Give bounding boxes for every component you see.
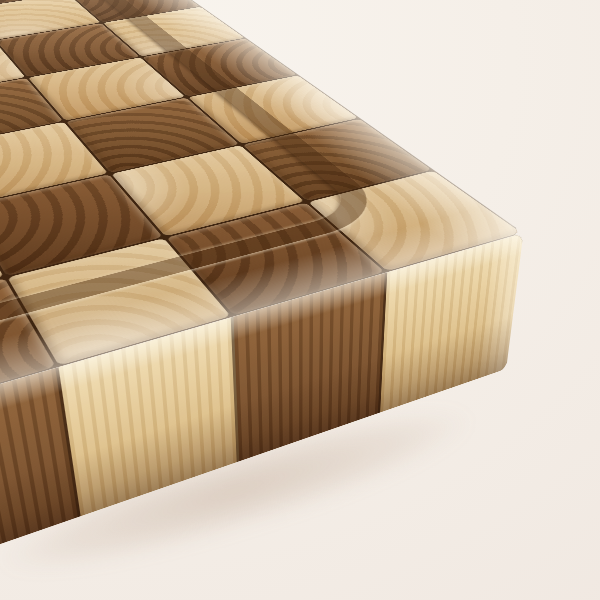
photo-frame: [0, 0, 600, 600]
scene: [0, 0, 600, 600]
